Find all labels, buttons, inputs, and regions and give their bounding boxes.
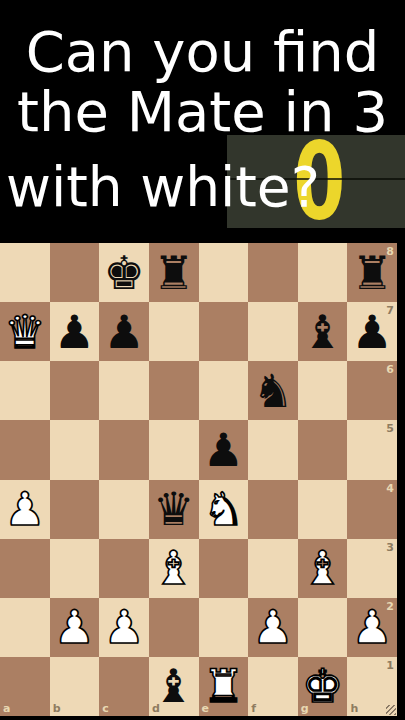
black-queen-d4[interactable]: ♛	[153, 486, 194, 532]
square-f4[interactable]	[248, 480, 298, 539]
black-pawn-c7[interactable]: ♟	[103, 309, 144, 355]
square-e1[interactable]: ♜e	[199, 657, 249, 716]
square-d3[interactable]: ♝	[149, 539, 199, 598]
square-d6[interactable]	[149, 361, 199, 420]
square-c2[interactable]: ♟	[99, 598, 149, 657]
square-b4[interactable]	[50, 480, 100, 539]
headline-line-3: with white?	[6, 160, 320, 215]
white-pawn-b2[interactable]: ♟	[54, 604, 95, 650]
square-f8[interactable]	[248, 243, 298, 302]
square-g7[interactable]: ♝	[298, 302, 348, 361]
square-h6[interactable]: 6	[347, 361, 397, 420]
square-a6[interactable]	[0, 361, 50, 420]
headline-line-2: the Mate in 3	[0, 84, 405, 140]
black-bishop-g7[interactable]: ♝	[302, 309, 343, 355]
file-label-c: c	[102, 703, 109, 714]
black-king-c8[interactable]: ♚	[103, 250, 144, 296]
square-e2[interactable]	[199, 598, 249, 657]
file-label-d: d	[152, 703, 160, 714]
square-e5[interactable]: ♟	[199, 420, 249, 479]
rank-label-8: 8	[386, 246, 394, 257]
square-a2[interactable]	[0, 598, 50, 657]
square-e8[interactable]	[199, 243, 249, 302]
square-b1[interactable]: b	[50, 657, 100, 716]
square-f3[interactable]	[248, 539, 298, 598]
chess-board[interactable]: ♚♜♜8♛♟♟♝♟7♞6♟5♟♛♞4♝♝3♟♟♟♟2abc♝d♜ef♚g1h	[0, 243, 397, 716]
file-label-h: h	[350, 703, 358, 714]
rank-label-2: 2	[386, 601, 394, 612]
square-e3[interactable]	[199, 539, 249, 598]
white-pawn-c2[interactable]: ♟	[103, 604, 144, 650]
square-f5[interactable]	[248, 420, 298, 479]
square-d8[interactable]: ♜	[149, 243, 199, 302]
black-pawn-b7[interactable]: ♟	[54, 309, 95, 355]
white-bishop-d3[interactable]: ♝	[153, 545, 194, 591]
file-label-g: g	[301, 703, 309, 714]
square-c7[interactable]: ♟	[99, 302, 149, 361]
square-c5[interactable]	[99, 420, 149, 479]
square-h7[interactable]: ♟7	[347, 302, 397, 361]
rank-label-3: 3	[386, 542, 394, 553]
square-e4[interactable]: ♞	[199, 480, 249, 539]
rank-label-6: 6	[386, 364, 394, 375]
rank-label-1: 1	[386, 660, 394, 671]
square-f2[interactable]: ♟	[248, 598, 298, 657]
square-g6[interactable]	[298, 361, 348, 420]
square-a7[interactable]: ♛	[0, 302, 50, 361]
square-h3[interactable]: 3	[347, 539, 397, 598]
square-b3[interactable]	[50, 539, 100, 598]
square-c6[interactable]	[99, 361, 149, 420]
board-resize-handle[interactable]	[386, 705, 396, 715]
square-d4[interactable]: ♛	[149, 480, 199, 539]
square-d5[interactable]	[149, 420, 199, 479]
square-b7[interactable]: ♟	[50, 302, 100, 361]
square-a8[interactable]	[0, 243, 50, 302]
white-pawn-a4[interactable]: ♟	[4, 486, 45, 532]
square-h4[interactable]: 4	[347, 480, 397, 539]
square-b8[interactable]	[50, 243, 100, 302]
file-label-f: f	[251, 703, 256, 714]
square-a1[interactable]: a	[0, 657, 50, 716]
black-knight-f6[interactable]: ♞	[252, 368, 293, 414]
square-e6[interactable]	[199, 361, 249, 420]
black-rook-d8[interactable]: ♜	[153, 250, 194, 296]
file-label-e: e	[202, 703, 209, 714]
square-c8[interactable]: ♚	[99, 243, 149, 302]
square-a3[interactable]	[0, 539, 50, 598]
square-c1[interactable]: c	[99, 657, 149, 716]
video-frame: 0 Can you find the Mate in 3 with white?…	[0, 0, 405, 720]
square-h5[interactable]: 5	[347, 420, 397, 479]
white-bishop-g3[interactable]: ♝	[302, 545, 343, 591]
rank-label-4: 4	[386, 483, 394, 494]
file-label-a: a	[3, 703, 10, 714]
black-pawn-e5[interactable]: ♟	[203, 427, 244, 473]
square-c3[interactable]	[99, 539, 149, 598]
square-g4[interactable]	[298, 480, 348, 539]
square-f6[interactable]: ♞	[248, 361, 298, 420]
square-g2[interactable]	[298, 598, 348, 657]
rank-label-7: 7	[386, 305, 394, 316]
square-c4[interactable]	[99, 480, 149, 539]
square-e7[interactable]	[199, 302, 249, 361]
square-g5[interactable]	[298, 420, 348, 479]
square-a5[interactable]	[0, 420, 50, 479]
square-f1[interactable]: f	[248, 657, 298, 716]
white-pawn-f2[interactable]: ♟	[252, 604, 293, 650]
square-h2[interactable]: ♟2	[347, 598, 397, 657]
white-queen-a7[interactable]: ♛	[4, 309, 45, 355]
square-h1[interactable]: 1h	[347, 657, 397, 716]
square-g3[interactable]: ♝	[298, 539, 348, 598]
file-label-b: b	[53, 703, 61, 714]
square-a4[interactable]: ♟	[0, 480, 50, 539]
square-d7[interactable]	[149, 302, 199, 361]
square-d2[interactable]	[149, 598, 199, 657]
headline-line-1: Can you find	[0, 24, 405, 80]
square-b5[interactable]	[50, 420, 100, 479]
square-b2[interactable]: ♟	[50, 598, 100, 657]
rank-label-5: 5	[386, 423, 394, 434]
square-g8[interactable]	[298, 243, 348, 302]
white-knight-e4[interactable]: ♞	[203, 486, 244, 532]
square-g1[interactable]: ♚g	[298, 657, 348, 716]
square-b6[interactable]	[50, 361, 100, 420]
square-f7[interactable]	[248, 302, 298, 361]
square-h8[interactable]: ♜8	[347, 243, 397, 302]
square-d1[interactable]: ♝d	[149, 657, 199, 716]
header: 0 Can you find the Mate in 3 with white?	[0, 0, 405, 243]
